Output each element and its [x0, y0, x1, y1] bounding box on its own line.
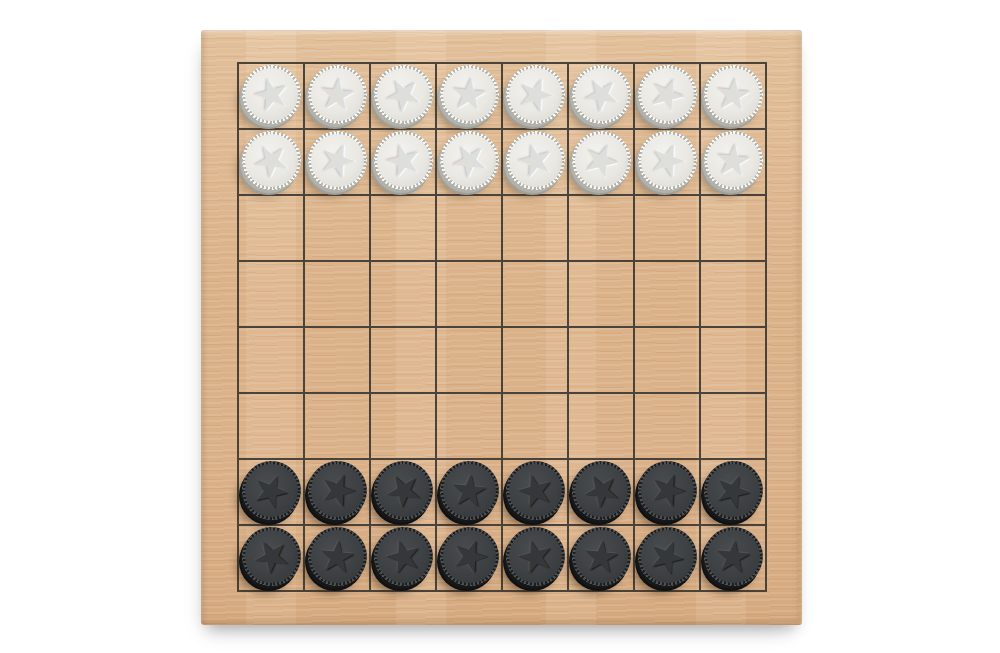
board-cell[interactable]: [700, 261, 766, 327]
white-piece[interactable]: ★: [374, 131, 433, 190]
star-icon: ★: [447, 63, 492, 126]
white-piece[interactable]: ★: [638, 131, 697, 190]
black-piece[interactable]: ★: [638, 461, 697, 520]
white-piece[interactable]: ★: [572, 65, 631, 124]
board-cell[interactable]: [502, 195, 568, 261]
black-piece[interactable]: ★: [572, 527, 631, 586]
star-icon: ★: [638, 59, 696, 128]
board-cell[interactable]: ★: [634, 459, 700, 525]
board-cell[interactable]: [634, 327, 700, 393]
star-icon: ★: [509, 457, 562, 524]
star-icon: ★: [579, 525, 624, 588]
white-piece[interactable]: ★: [506, 131, 565, 190]
star-icon: ★: [632, 127, 702, 194]
star-icon: ★: [240, 125, 303, 195]
board-cell[interactable]: ★: [700, 63, 766, 129]
board-cell[interactable]: ★: [238, 63, 304, 129]
star-icon: ★: [638, 521, 696, 590]
board-cell[interactable]: [634, 195, 700, 261]
board-cell[interactable]: ★: [436, 525, 502, 591]
black-piece[interactable]: ★: [308, 461, 367, 520]
star-icon: ★: [240, 521, 303, 591]
black-piece[interactable]: ★: [242, 461, 301, 520]
board-cell[interactable]: ★: [238, 525, 304, 591]
board-cell[interactable]: [370, 393, 436, 459]
board-cell[interactable]: ★: [304, 129, 370, 195]
wooden-board: ★★★★★★★★★★★★★★★★★★★★★★★★★★★★★★★★: [201, 30, 802, 625]
board-cell[interactable]: ★: [634, 129, 700, 195]
star-icon: ★: [704, 455, 762, 524]
board-cell[interactable]: [370, 261, 436, 327]
black-piece[interactable]: ★: [374, 461, 433, 520]
white-piece[interactable]: ★: [242, 65, 301, 124]
board-cell[interactable]: ★: [370, 525, 436, 591]
board-cell[interactable]: ★: [700, 459, 766, 525]
page-background: ★★★★★★★★★★★★★★★★★★★★★★★★★★★★★★★★: [0, 0, 1000, 653]
board-cell[interactable]: ★: [700, 129, 766, 195]
board-cell[interactable]: [700, 327, 766, 393]
board-cell[interactable]: ★: [568, 63, 634, 129]
star-icon: ★: [509, 523, 562, 590]
star-icon: ★: [570, 455, 633, 525]
star-icon: ★: [315, 525, 360, 588]
board-cell[interactable]: ★: [436, 459, 502, 525]
star-icon: ★: [302, 127, 372, 194]
board-cell[interactable]: ★: [502, 129, 568, 195]
board-cell[interactable]: [304, 327, 370, 393]
board-cell[interactable]: [634, 393, 700, 459]
board-cell[interactable]: ★: [700, 525, 766, 591]
star-icon: ★: [632, 457, 702, 524]
board-cell[interactable]: [304, 393, 370, 459]
black-piece[interactable]: ★: [242, 527, 301, 586]
white-piece[interactable]: ★: [638, 65, 697, 124]
black-piece[interactable]: ★: [506, 527, 565, 586]
board-cell[interactable]: ★: [436, 129, 502, 195]
white-piece[interactable]: ★: [704, 65, 763, 124]
board-cell[interactable]: [304, 195, 370, 261]
star-icon: ★: [711, 525, 756, 588]
star-icon: ★: [302, 457, 372, 524]
star-icon: ★: [372, 455, 435, 525]
star-icon: ★: [447, 459, 492, 522]
board-grid: ★★★★★★★★★★★★★★★★★★★★★★★★★★★★★★★★: [238, 63, 766, 591]
black-piece[interactable]: ★: [440, 461, 499, 520]
star-icon: ★: [711, 129, 756, 192]
white-piece[interactable]: ★: [572, 131, 631, 190]
board-cell[interactable]: [502, 261, 568, 327]
board-cell[interactable]: [502, 393, 568, 459]
star-icon: ★: [315, 63, 360, 126]
board-cell[interactable]: [436, 393, 502, 459]
white-piece[interactable]: ★: [440, 131, 499, 190]
star-icon: ★: [500, 61, 570, 128]
board-cell[interactable]: ★: [370, 63, 436, 129]
white-piece[interactable]: ★: [308, 131, 367, 190]
board-cell[interactable]: ★: [568, 129, 634, 195]
board-cell[interactable]: [370, 195, 436, 261]
board-cell[interactable]: ★: [436, 63, 502, 129]
board-cell[interactable]: [238, 261, 304, 327]
star-icon: ★: [242, 455, 300, 524]
board-cell[interactable]: [436, 327, 502, 393]
black-piece[interactable]: ★: [638, 527, 697, 586]
star-icon: ★: [438, 125, 501, 195]
board-cell[interactable]: [700, 393, 766, 459]
white-piece[interactable]: ★: [506, 65, 565, 124]
black-piece[interactable]: ★: [374, 527, 433, 586]
board-cell[interactable]: [634, 261, 700, 327]
white-piece[interactable]: ★: [704, 131, 763, 190]
board-cell[interactable]: ★: [634, 63, 700, 129]
star-icon: ★: [711, 63, 756, 126]
board-cell[interactable]: [238, 195, 304, 261]
star-icon: ★: [377, 127, 430, 194]
black-piece[interactable]: ★: [704, 527, 763, 586]
white-piece[interactable]: ★: [374, 65, 433, 124]
board-cell[interactable]: ★: [370, 129, 436, 195]
board-cell[interactable]: [304, 261, 370, 327]
black-piece[interactable]: ★: [572, 461, 631, 520]
star-icon: ★: [372, 59, 435, 129]
star-icon: ★: [434, 523, 504, 590]
board-cell[interactable]: ★: [304, 459, 370, 525]
board-cell[interactable]: [436, 261, 502, 327]
board-cell[interactable]: ★: [568, 525, 634, 591]
board-cell[interactable]: ★: [502, 63, 568, 129]
board-cell[interactable]: ★: [238, 459, 304, 525]
star-icon: ★: [245, 61, 298, 128]
black-piece[interactable]: ★: [506, 461, 565, 520]
star-icon: ★: [509, 127, 562, 194]
board-cell[interactable]: [238, 327, 304, 393]
board-cell[interactable]: [568, 393, 634, 459]
white-piece[interactable]: ★: [308, 65, 367, 124]
star-icon: ★: [570, 59, 633, 129]
board-cell[interactable]: [238, 393, 304, 459]
black-piece[interactable]: ★: [308, 527, 367, 586]
board-cell[interactable]: [568, 195, 634, 261]
board-cell[interactable]: ★: [304, 525, 370, 591]
black-piece[interactable]: ★: [704, 461, 763, 520]
board-cell[interactable]: ★: [502, 459, 568, 525]
board-cell[interactable]: [370, 327, 436, 393]
board-cell[interactable]: [568, 327, 634, 393]
white-piece[interactable]: ★: [440, 65, 499, 124]
star-icon: ★: [572, 125, 630, 194]
board-cell[interactable]: [700, 195, 766, 261]
board-cell[interactable]: [436, 195, 502, 261]
board-cell[interactable]: [502, 327, 568, 393]
board-cell[interactable]: ★: [238, 129, 304, 195]
board-cell[interactable]: ★: [568, 459, 634, 525]
board-cell[interactable]: ★: [502, 525, 568, 591]
black-piece[interactable]: ★: [440, 527, 499, 586]
board-cell[interactable]: ★: [304, 63, 370, 129]
star-icon: ★: [377, 523, 430, 590]
board-cell[interactable]: ★: [370, 459, 436, 525]
board-cell[interactable]: ★: [634, 525, 700, 591]
board-cell[interactable]: [568, 261, 634, 327]
white-piece[interactable]: ★: [242, 131, 301, 190]
